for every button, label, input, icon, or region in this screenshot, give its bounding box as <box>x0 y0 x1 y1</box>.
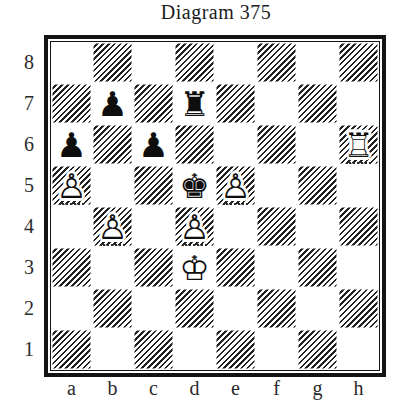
file-label-c: c <box>133 377 174 400</box>
square-g1 <box>297 329 338 370</box>
square-g2 <box>297 288 338 329</box>
square-f6 <box>256 124 297 165</box>
square-a8 <box>51 42 92 83</box>
square-b4: ♟♙ <box>92 206 133 247</box>
square-a2 <box>51 288 92 329</box>
rank-label-8: 8 <box>0 42 34 83</box>
square-g5 <box>297 165 338 206</box>
square-d7: ♜ <box>174 83 215 124</box>
file-label-f: f <box>256 377 297 400</box>
square-c1 <box>133 329 174 370</box>
square-g8 <box>297 42 338 83</box>
piece-glyph: ♙ <box>56 166 86 206</box>
square-f2 <box>256 288 297 329</box>
chess-board-grid: ♟♜♟♟♜♖♟♙♚♟♙♟♙♟♙♚♔ <box>51 42 379 370</box>
file-label-e: e <box>215 377 256 400</box>
square-a1 <box>51 329 92 370</box>
square-h8 <box>338 42 379 83</box>
square-h7 <box>338 83 379 124</box>
white-pawn: ♟♙ <box>179 210 209 244</box>
square-e3 <box>215 247 256 288</box>
square-d1 <box>174 329 215 370</box>
square-g7 <box>297 83 338 124</box>
rank-label-6: 6 <box>0 124 34 165</box>
square-b2 <box>92 288 133 329</box>
square-e5: ♟♙ <box>215 165 256 206</box>
square-f3 <box>256 247 297 288</box>
square-c3 <box>133 247 174 288</box>
square-h3 <box>338 247 379 288</box>
square-d8 <box>174 42 215 83</box>
square-d2 <box>174 288 215 329</box>
square-b3 <box>92 247 133 288</box>
square-c5 <box>133 165 174 206</box>
square-b8 <box>92 42 133 83</box>
square-d3: ♚♔ <box>174 247 215 288</box>
square-a5: ♟♙ <box>51 165 92 206</box>
square-f7 <box>256 83 297 124</box>
square-a3 <box>51 247 92 288</box>
piece-glyph: ♙ <box>97 207 127 247</box>
square-f8 <box>256 42 297 83</box>
square-h4 <box>338 206 379 247</box>
white-pawn: ♟♙ <box>220 169 250 203</box>
square-g6 <box>297 124 338 165</box>
rank-label-2: 2 <box>0 288 34 329</box>
white-king: ♚♔ <box>179 251 209 285</box>
square-b7: ♟ <box>92 83 133 124</box>
piece-glyph: ♖ <box>343 125 373 165</box>
chess-diagram-page: Diagram 375 87654321 ♟♜♟♟♜♖♟♙♚♟♙♟♙♟♙♚♔ a… <box>0 0 400 400</box>
square-d5: ♚ <box>174 165 215 206</box>
piece-glyph: ♙ <box>220 166 250 206</box>
square-c4 <box>133 206 174 247</box>
black-king: ♚ <box>179 169 209 203</box>
square-b5 <box>92 165 133 206</box>
square-g4 <box>297 206 338 247</box>
square-h1 <box>338 329 379 370</box>
rank-label-4: 4 <box>0 206 34 247</box>
file-label-b: b <box>92 377 133 400</box>
piece-glyph: ♙ <box>179 207 209 247</box>
square-e8 <box>215 42 256 83</box>
black-pawn: ♟ <box>97 87 127 121</box>
square-g3 <box>297 247 338 288</box>
piece-glyph: ♔ <box>179 248 209 288</box>
file-labels: abcdefgh <box>51 377 379 400</box>
black-pawn: ♟ <box>56 128 86 162</box>
square-e7 <box>215 83 256 124</box>
square-c7 <box>133 83 174 124</box>
rank-label-3: 3 <box>0 247 34 288</box>
square-f1 <box>256 329 297 370</box>
square-d6 <box>174 124 215 165</box>
square-e4 <box>215 206 256 247</box>
square-h2 <box>338 288 379 329</box>
chess-board: ♟♜♟♟♜♖♟♙♚♟♙♟♙♟♙♚♔ <box>44 35 386 377</box>
square-e1 <box>215 329 256 370</box>
square-e6 <box>215 124 256 165</box>
square-f5 <box>256 165 297 206</box>
file-label-d: d <box>174 377 215 400</box>
diagram-title: Diagram 375 <box>44 1 388 24</box>
square-b6 <box>92 124 133 165</box>
file-label-a: a <box>51 377 92 400</box>
white-pawn: ♟♙ <box>56 169 86 203</box>
square-c8 <box>133 42 174 83</box>
square-a6: ♟ <box>51 124 92 165</box>
square-c6: ♟ <box>133 124 174 165</box>
square-a7 <box>51 83 92 124</box>
file-label-h: h <box>338 377 379 400</box>
rank-label-5: 5 <box>0 165 34 206</box>
rank-labels: 87654321 <box>0 42 34 370</box>
square-b1 <box>92 329 133 370</box>
square-f4 <box>256 206 297 247</box>
white-pawn: ♟♙ <box>97 210 127 244</box>
square-a4 <box>51 206 92 247</box>
white-rook: ♜♖ <box>343 128 373 162</box>
square-h5 <box>338 165 379 206</box>
chess-board-frame: ♟♜♟♟♜♖♟♙♚♟♙♟♙♟♙♚♔ <box>50 41 380 371</box>
rank-label-7: 7 <box>0 83 34 124</box>
square-h6: ♜♖ <box>338 124 379 165</box>
black-pawn: ♟ <box>138 128 168 162</box>
file-label-g: g <box>297 377 338 400</box>
square-d4: ♟♙ <box>174 206 215 247</box>
square-e2 <box>215 288 256 329</box>
square-c2 <box>133 288 174 329</box>
rank-label-1: 1 <box>0 329 34 370</box>
black-rook: ♜ <box>179 87 209 121</box>
